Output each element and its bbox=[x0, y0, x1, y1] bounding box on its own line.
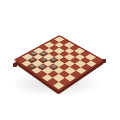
board-foot bbox=[13, 63, 17, 67]
photo-background bbox=[0, 0, 120, 120]
